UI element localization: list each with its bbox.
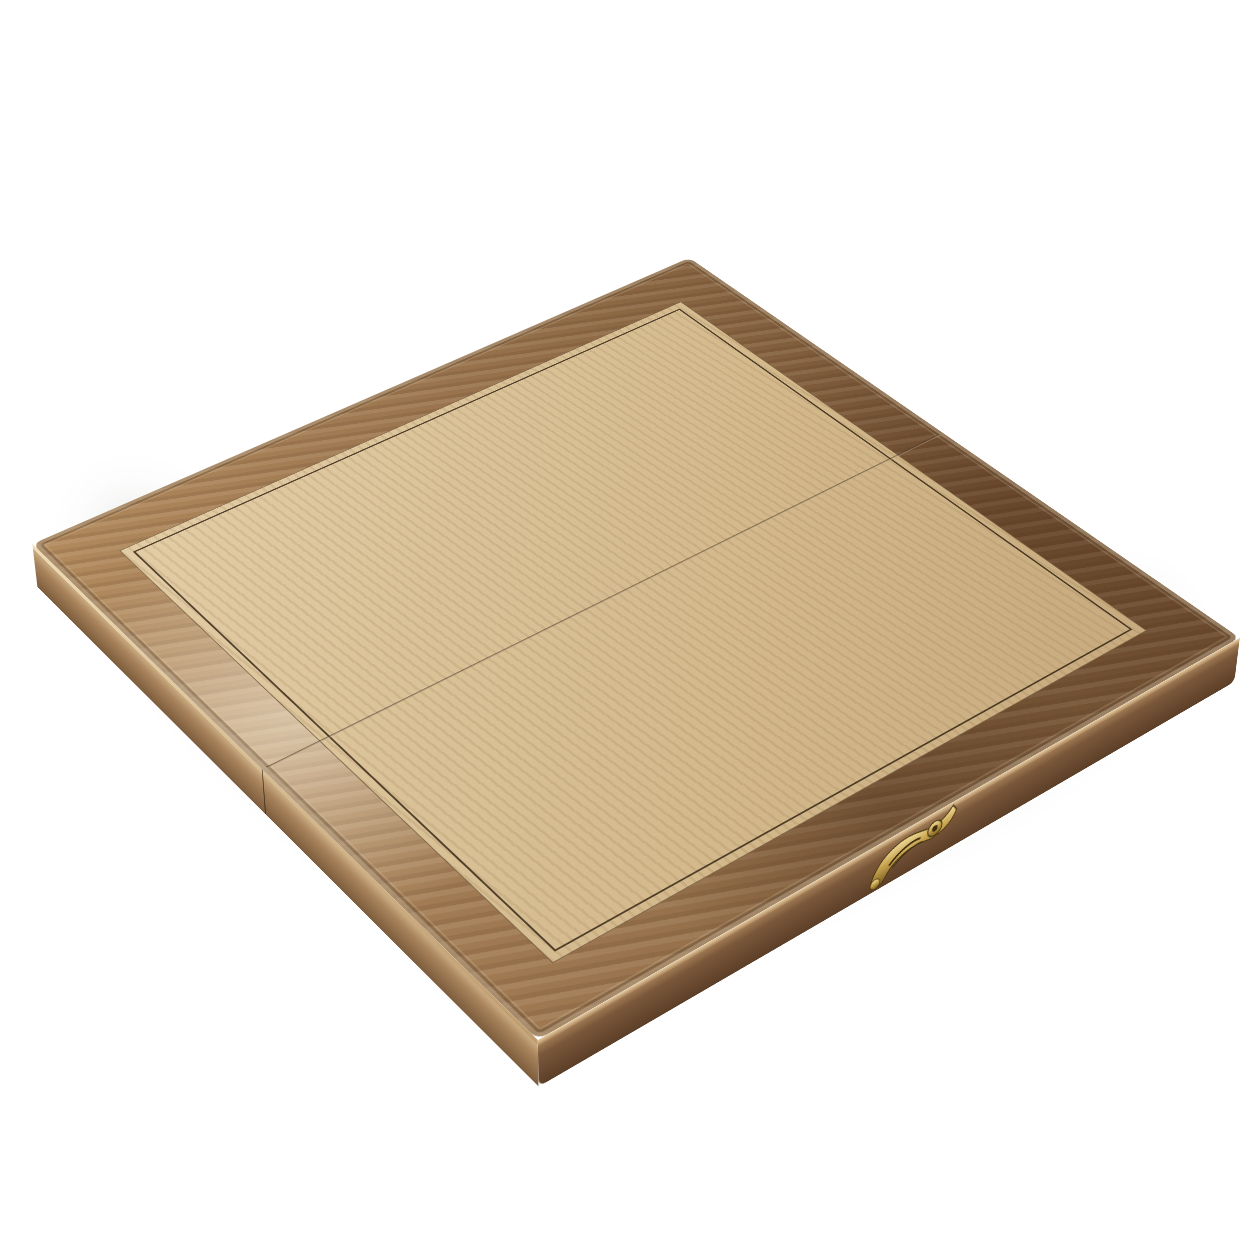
chess-box xyxy=(32,258,1240,1040)
perspective-stage xyxy=(0,0,1250,1250)
product-photo-scene xyxy=(0,0,1250,1250)
